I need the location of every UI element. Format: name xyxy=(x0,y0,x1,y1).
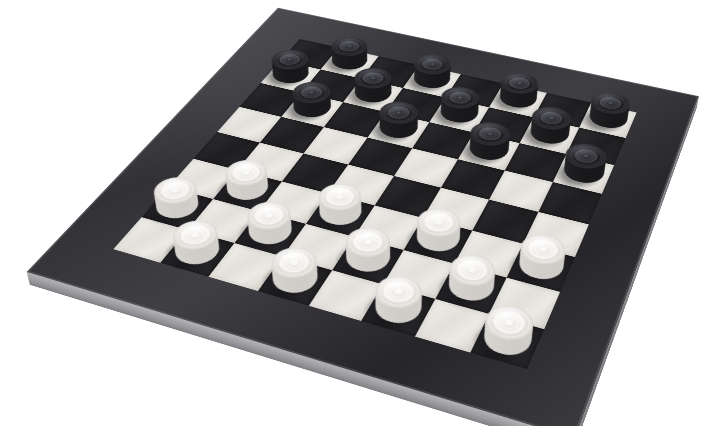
checkers-board xyxy=(27,8,699,426)
scene xyxy=(0,0,720,426)
